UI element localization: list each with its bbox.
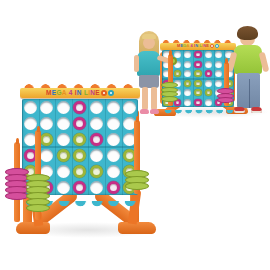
- small-banner-teal-disc-icon: [215, 44, 219, 48]
- boy-shirt: [234, 45, 262, 74]
- empty-hole: [90, 101, 103, 114]
- green-disc-cell: [55, 147, 72, 163]
- empty-hole-cell: [183, 88, 193, 98]
- left-foot-pad: [16, 222, 50, 234]
- girl-left-leg: [142, 87, 148, 110]
- magenta-disc: [73, 117, 86, 130]
- magenta-ring: [217, 97, 234, 103]
- green-disc-cell: [193, 79, 203, 89]
- empty-hole-cell: [55, 131, 72, 147]
- green-disc-cell: [203, 88, 213, 98]
- girl-shorts: [139, 75, 159, 88]
- empty-hole-cell: [105, 147, 122, 163]
- empty-hole: [215, 80, 222, 87]
- banner-strip: MEGA 4 IN LINE: [20, 88, 140, 98]
- green-ring: [26, 204, 50, 212]
- empty-hole-cell: [183, 50, 193, 60]
- magenta-disc: [90, 133, 103, 146]
- empty-hole-cell: [213, 50, 223, 60]
- magenta-disc: [73, 101, 86, 114]
- magenta-disc-cell: [193, 60, 203, 70]
- empty-hole: [107, 149, 120, 162]
- girl-right-leg: [151, 87, 157, 110]
- empty-hole-cell: [183, 98, 193, 108]
- empty-hole: [184, 89, 191, 96]
- green-disc-cell: [193, 88, 203, 98]
- empty-hole-cell: [213, 79, 223, 89]
- green-disc: [40, 133, 53, 146]
- empty-hole-cell: [55, 163, 72, 179]
- empty-hole-cell: [213, 69, 223, 79]
- banner-title: MEGA 4 IN LINE: [46, 90, 100, 97]
- empty-hole: [40, 149, 53, 162]
- empty-hole: [107, 133, 120, 146]
- empty-hole: [107, 101, 120, 114]
- green-disc-cell: [183, 79, 193, 89]
- empty-hole: [40, 117, 53, 130]
- empty-hole-cell: [88, 99, 105, 115]
- empty-hole-cell: [203, 60, 213, 70]
- girl-left-shoe: [140, 109, 149, 114]
- magenta-disc-cell: [72, 115, 89, 131]
- empty-hole: [90, 149, 103, 162]
- small-green-ring-stack: [161, 82, 178, 102]
- small-magenta-ring-stack: [217, 88, 234, 103]
- empty-hole: [205, 99, 212, 106]
- empty-hole-cell: [203, 79, 213, 89]
- empty-hole: [90, 181, 103, 194]
- empty-hole: [184, 99, 191, 106]
- green-disc-cell: [39, 131, 56, 147]
- empty-hole-cell: [55, 179, 72, 195]
- magenta-disc: [194, 51, 201, 58]
- magenta-disc: [194, 61, 201, 68]
- girl-fringe: [142, 34, 156, 39]
- magenta-disc-cell: [203, 69, 213, 79]
- magenta-disc: [73, 181, 86, 194]
- empty-hole-cell: [55, 115, 72, 131]
- green-disc-cell: [72, 131, 89, 147]
- empty-hole: [184, 61, 191, 68]
- green-ring: [161, 96, 178, 102]
- boy-jeans: [237, 73, 260, 108]
- empty-hole-cell: [88, 115, 105, 131]
- green-disc: [205, 89, 212, 96]
- girl-shirt: [137, 51, 160, 76]
- empty-hole-cell: [105, 99, 122, 115]
- empty-hole: [205, 61, 212, 68]
- empty-hole: [205, 80, 212, 87]
- magenta-disc: [107, 181, 120, 194]
- magenta-disc-cell: [88, 131, 105, 147]
- boy-hair: [237, 26, 258, 40]
- green-disc: [73, 149, 86, 162]
- empty-hole: [57, 101, 70, 114]
- magenta-disc-cell: [72, 179, 89, 195]
- empty-hole: [40, 101, 53, 114]
- girl-left-arm: [134, 55, 139, 72]
- banner-teal-disc-icon: [108, 90, 114, 96]
- small-banner-title: MEGA 4 IN LINE: [177, 44, 209, 48]
- green-disc: [73, 165, 86, 178]
- empty-hole-cell: [105, 115, 122, 131]
- green-disc: [194, 89, 201, 96]
- empty-hole-cell: [22, 99, 39, 115]
- magenta-disc-cell: [193, 50, 203, 60]
- empty-hole: [215, 70, 222, 77]
- empty-hole: [57, 165, 70, 178]
- empty-hole: [205, 51, 212, 58]
- empty-hole-cell: [88, 147, 105, 163]
- empty-hole-cell: [39, 147, 56, 163]
- empty-hole: [215, 61, 222, 68]
- banner-orange-disc-icon: [101, 90, 107, 96]
- empty-hole: [24, 117, 37, 130]
- empty-hole: [57, 133, 70, 146]
- empty-hole-cell: [203, 98, 213, 108]
- empty-hole-cell: [105, 163, 122, 179]
- green-ring-stack-right: [125, 170, 149, 190]
- empty-hole-cell: [55, 99, 72, 115]
- green-disc: [73, 133, 86, 146]
- empty-hole-cell: [88, 179, 105, 195]
- empty-hole: [184, 70, 191, 77]
- empty-hole-cell: [183, 69, 193, 79]
- empty-hole-cell: [203, 50, 213, 60]
- boy-left-shoe: [234, 107, 245, 113]
- empty-hole: [24, 101, 37, 114]
- empty-hole: [184, 51, 191, 58]
- green-disc-cell: [193, 69, 203, 79]
- boy-right-shoe: [251, 107, 262, 113]
- empty-hole: [107, 117, 120, 130]
- empty-hole-cell: [39, 115, 56, 131]
- magenta-disc-cell: [193, 98, 203, 108]
- magenta-disc: [205, 70, 212, 77]
- green-disc: [194, 80, 201, 87]
- green-disc-cell: [72, 147, 89, 163]
- magenta-disc-cell: [72, 99, 89, 115]
- product-photo-canvas: MEGA 4 IN LINE: [0, 0, 270, 270]
- green-ring: [125, 182, 149, 190]
- empty-hole-cell: [105, 131, 122, 147]
- empty-hole: [57, 117, 70, 130]
- green-disc-cell: [72, 163, 89, 179]
- boy-player: [228, 26, 268, 118]
- empty-hole-cell: [39, 99, 56, 115]
- empty-hole: [90, 117, 103, 130]
- empty-hole: [57, 181, 70, 194]
- right-foot-pad: [118, 222, 156, 234]
- empty-hole: [215, 51, 222, 58]
- empty-hole: [107, 165, 120, 178]
- girl-right-shoe: [150, 109, 159, 114]
- green-ring-stack-left: [26, 174, 50, 212]
- green-disc: [90, 165, 103, 178]
- green-disc: [194, 70, 201, 77]
- magenta-disc: [194, 99, 201, 106]
- green-disc-cell: [88, 163, 105, 179]
- magenta-disc-cell: [105, 179, 122, 195]
- green-disc: [57, 149, 70, 162]
- empty-hole-cell: [183, 60, 193, 70]
- green-disc: [184, 80, 191, 87]
- small-banner-orange-disc-icon: [210, 44, 214, 48]
- empty-hole-cell: [213, 60, 223, 70]
